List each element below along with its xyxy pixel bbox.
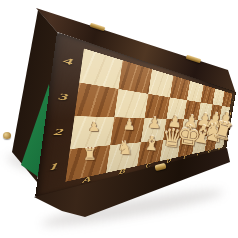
- coord-label-4: 4: [231, 98, 235, 102]
- coord-label-3: 3: [50, 91, 75, 103]
- square-a2: [70, 116, 115, 149]
- coord-label-2: 2: [226, 125, 230, 129]
- clasp-pin: [3, 132, 11, 139]
- square-b2: [111, 117, 144, 145]
- coord-label-3: 3: [229, 112, 233, 116]
- coord-label-2: 2: [46, 128, 71, 138]
- square-b3: [115, 89, 148, 118]
- chess-set-photo: 43214321ABCDEFGH ♟♟♟♟♟♟♟♟♜♞♝♛♚♝♞♜: [0, 0, 238, 238]
- square-a3: [75, 82, 119, 117]
